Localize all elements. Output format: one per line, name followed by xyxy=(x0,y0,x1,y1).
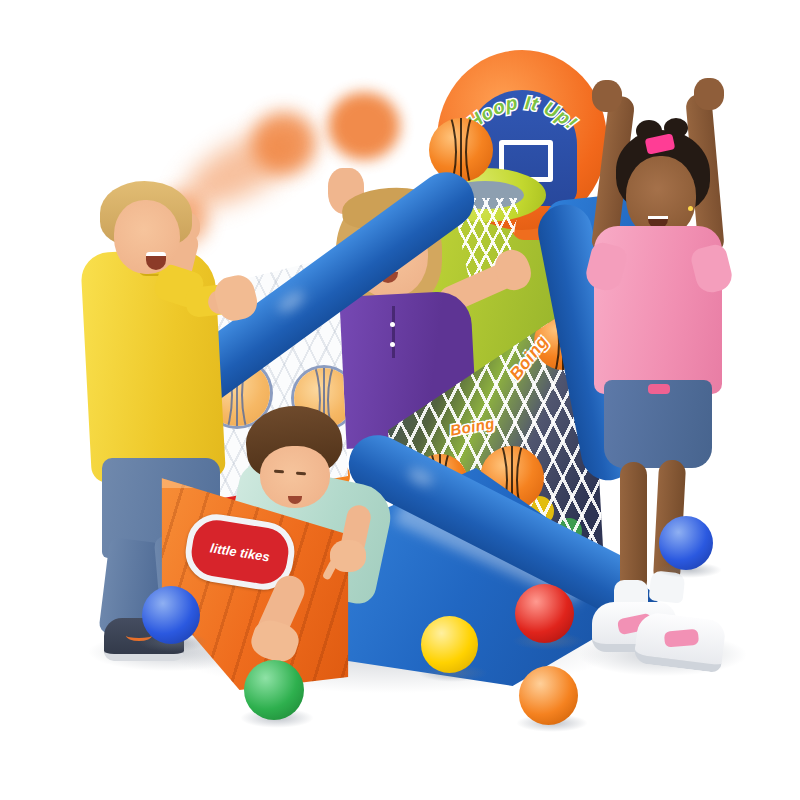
floor-ball-blue xyxy=(142,586,200,644)
right-girl-sneaker xyxy=(633,611,727,673)
right-girl-leg xyxy=(620,462,647,594)
floor-ball-blue xyxy=(659,516,713,570)
center-girl-button xyxy=(390,342,395,347)
motion-blur-ball-1 xyxy=(328,92,400,160)
little-tikes-logo-text: little tikes xyxy=(188,517,292,587)
basketball-seam xyxy=(460,118,463,182)
right-girl-earring xyxy=(688,206,693,211)
right-girl-left-hand xyxy=(592,80,622,112)
floor-ball-yellow xyxy=(421,616,478,673)
right-girl-right-hand xyxy=(694,78,724,110)
floor-ball-orange xyxy=(519,666,578,725)
left-boy-shirt xyxy=(80,247,226,484)
rail-highlight xyxy=(406,465,436,489)
floor-ball-red xyxy=(515,584,574,643)
center-girl-placket xyxy=(392,306,395,358)
center-girl-button xyxy=(390,322,395,327)
rail-highlight xyxy=(275,287,307,316)
sneaker-pink-accent xyxy=(664,629,699,648)
right-girl-waist-tie xyxy=(648,384,670,394)
floor-ball-green xyxy=(244,660,304,720)
product-photo: Hoop It Up! Boing Boing Boing xyxy=(0,0,800,800)
